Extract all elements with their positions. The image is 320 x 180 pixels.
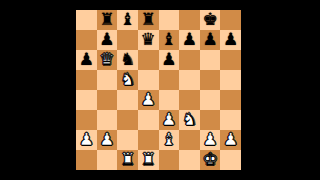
white-king-piece: ♚ (202, 151, 217, 168)
square-a2[interactable]: ♟ (76, 130, 97, 150)
square-b4[interactable] (97, 90, 118, 110)
square-b7[interactable]: ♟ (97, 30, 118, 50)
white-rook-piece: ♜ (120, 151, 135, 168)
chess-screenshot: ♜♝♜♚♟♛♝♟♟♟♟♛♞♟♞♟♟♞♟♟♝♟♟♜♜♚ (0, 0, 320, 180)
square-g8[interactable]: ♚ (200, 10, 221, 30)
square-e1[interactable] (159, 150, 180, 170)
square-e7[interactable]: ♝ (159, 30, 180, 50)
square-c1[interactable]: ♜ (117, 150, 138, 170)
square-e6[interactable]: ♟ (159, 50, 180, 70)
square-f3[interactable]: ♞ (179, 110, 200, 130)
square-b2[interactable]: ♟ (97, 130, 118, 150)
black-pawn-piece: ♟ (79, 51, 94, 68)
square-c8[interactable]: ♝ (117, 10, 138, 30)
square-h4[interactable] (220, 90, 241, 110)
square-g2[interactable]: ♟ (200, 130, 221, 150)
square-h7[interactable]: ♟ (220, 30, 241, 50)
square-e3[interactable]: ♟ (159, 110, 180, 130)
square-h8[interactable] (220, 10, 241, 30)
square-b8[interactable]: ♜ (97, 10, 118, 30)
square-h3[interactable] (220, 110, 241, 130)
square-d5[interactable] (138, 70, 159, 90)
black-king-piece: ♚ (202, 11, 217, 28)
square-c4[interactable] (117, 90, 138, 110)
black-pawn-piece: ♟ (182, 31, 197, 48)
black-pawn-piece: ♟ (223, 31, 238, 48)
square-h1[interactable] (220, 150, 241, 170)
square-f5[interactable] (179, 70, 200, 90)
square-g1[interactable]: ♚ (200, 150, 221, 170)
square-a1[interactable] (76, 150, 97, 170)
square-c5[interactable]: ♞ (117, 70, 138, 90)
white-queen-piece: ♛ (99, 51, 114, 68)
square-d4[interactable]: ♟ (138, 90, 159, 110)
square-c3[interactable] (117, 110, 138, 130)
square-d7[interactable]: ♛ (138, 30, 159, 50)
square-f7[interactable]: ♟ (179, 30, 200, 50)
square-e2[interactable]: ♝ (159, 130, 180, 150)
white-knight-piece: ♞ (120, 71, 135, 88)
square-h6[interactable] (220, 50, 241, 70)
square-g5[interactable] (200, 70, 221, 90)
black-knight-piece: ♞ (120, 51, 135, 68)
square-a3[interactable] (76, 110, 97, 130)
square-b3[interactable] (97, 110, 118, 130)
square-a7[interactable] (76, 30, 97, 50)
black-rook-piece: ♜ (141, 11, 156, 28)
white-pawn-piece: ♟ (202, 131, 217, 148)
white-bishop-piece: ♝ (161, 131, 176, 148)
square-d2[interactable] (138, 130, 159, 150)
white-pawn-piece: ♟ (99, 131, 114, 148)
square-g4[interactable] (200, 90, 221, 110)
square-b6[interactable]: ♛ (97, 50, 118, 70)
square-a6[interactable]: ♟ (76, 50, 97, 70)
square-f1[interactable] (179, 150, 200, 170)
white-pawn-piece: ♟ (141, 91, 156, 108)
square-h2[interactable]: ♟ (220, 130, 241, 150)
white-knight-piece: ♞ (182, 111, 197, 128)
square-d3[interactable] (138, 110, 159, 130)
square-g7[interactable]: ♟ (200, 30, 221, 50)
black-bishop-piece: ♝ (120, 11, 135, 28)
square-f2[interactable] (179, 130, 200, 150)
square-f8[interactable] (179, 10, 200, 30)
square-a8[interactable] (76, 10, 97, 30)
square-g3[interactable] (200, 110, 221, 130)
square-a4[interactable] (76, 90, 97, 110)
white-pawn-piece: ♟ (79, 131, 94, 148)
square-f6[interactable] (179, 50, 200, 70)
chess-board: ♜♝♜♚♟♛♝♟♟♟♟♛♞♟♞♟♟♞♟♟♝♟♟♜♜♚ (76, 10, 241, 170)
square-b5[interactable] (97, 70, 118, 90)
square-d8[interactable]: ♜ (138, 10, 159, 30)
square-c2[interactable] (117, 130, 138, 150)
square-a5[interactable] (76, 70, 97, 90)
white-pawn-piece: ♟ (161, 111, 176, 128)
square-e5[interactable] (159, 70, 180, 90)
black-pawn-piece: ♟ (161, 51, 176, 68)
black-pawn-piece: ♟ (99, 31, 114, 48)
white-rook-piece: ♜ (141, 151, 156, 168)
square-h5[interactable] (220, 70, 241, 90)
black-bishop-piece: ♝ (161, 31, 176, 48)
black-queen-piece: ♛ (141, 31, 156, 48)
square-c7[interactable] (117, 30, 138, 50)
white-pawn-piece: ♟ (223, 131, 238, 148)
square-e8[interactable] (159, 10, 180, 30)
square-d6[interactable] (138, 50, 159, 70)
square-c6[interactable]: ♞ (117, 50, 138, 70)
square-e4[interactable] (159, 90, 180, 110)
black-pawn-piece: ♟ (202, 31, 217, 48)
square-g6[interactable] (200, 50, 221, 70)
black-rook-piece: ♜ (99, 11, 114, 28)
square-d1[interactable]: ♜ (138, 150, 159, 170)
square-b1[interactable] (97, 150, 118, 170)
square-f4[interactable] (179, 90, 200, 110)
